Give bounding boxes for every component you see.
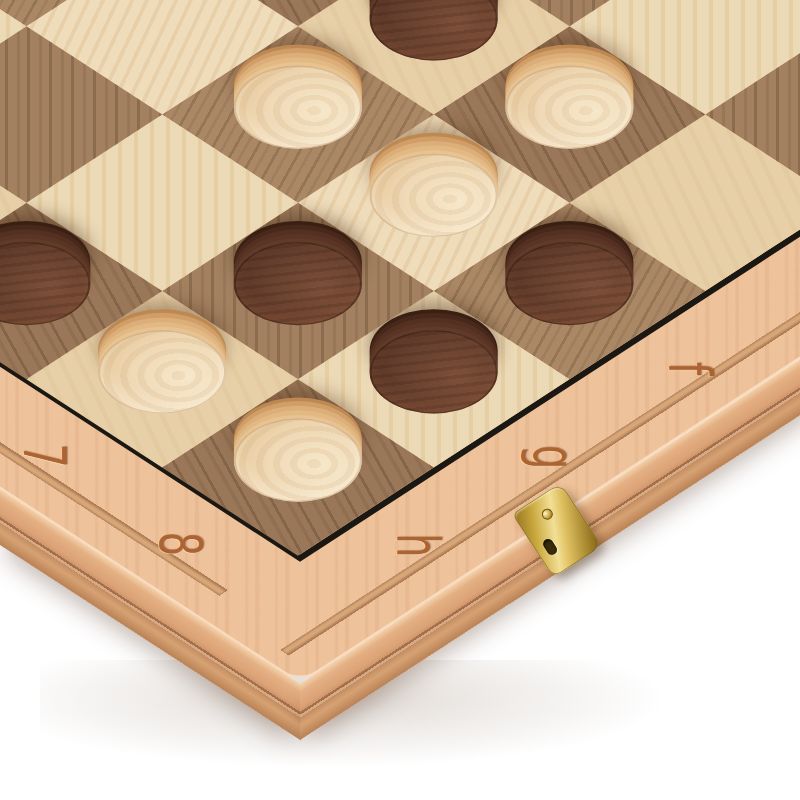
latch-screw (540, 507, 555, 522)
file-label-glyph: f (655, 362, 723, 375)
file-label-glyph: e (791, 269, 800, 292)
disc-dark-e6[interactable] (343, 0, 524, 78)
photo: abcdefgh 87654321 (0, 0, 800, 800)
rank-label-glyph: 7 (11, 444, 79, 468)
file-label-glyph: h (383, 533, 451, 557)
rank-label-glyph: 8 (146, 532, 214, 556)
file-label-glyph: g (519, 445, 587, 469)
latch-keyhole (541, 537, 559, 557)
